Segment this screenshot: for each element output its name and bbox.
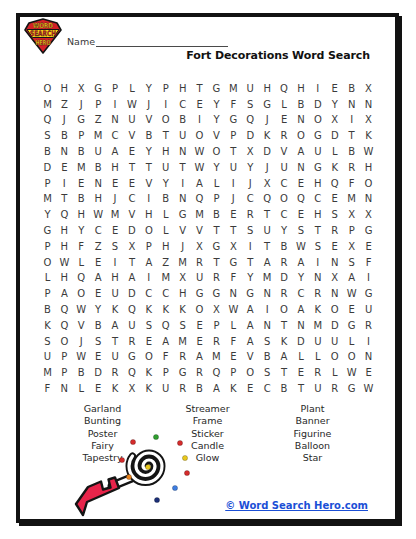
grid-cell-r6-c4: B: [90, 160, 107, 176]
grid-cell-r13-c20: I: [360, 271, 377, 287]
grid-cell-r15-c19: E: [343, 302, 360, 318]
grid-cell-r14-c10: G: [191, 286, 208, 302]
grid-cell-r20-c10: B: [191, 381, 208, 397]
grid-cell-r16-c13: A: [242, 318, 259, 334]
grid-cell-r15-c14: I: [259, 302, 276, 318]
grid-cell-r8-c11: P: [208, 192, 225, 208]
grid-cell-r1-c12: M: [225, 81, 242, 97]
grid-cell-r16-c3: V: [73, 318, 90, 334]
grid-cell-r18-c7: O: [140, 350, 157, 366]
grid-cell-r13-c3: Q: [73, 271, 90, 287]
grid-cell-r9-c9: G: [174, 207, 191, 223]
grid-cell-r7-c17: H: [309, 176, 326, 192]
grid-cell-r18-c2: P: [56, 350, 73, 366]
grid-cell-r9-c10: M: [191, 207, 208, 223]
grid-cell-r5-c19: B: [343, 144, 360, 160]
grid-cell-r6-c12: U: [225, 160, 242, 176]
grid-cell-r14-c3: O: [73, 286, 90, 302]
grid-cell-r18-c10: A: [191, 350, 208, 366]
grid-cell-r9-c8: L: [157, 207, 174, 223]
grid-cell-r10-c15: Y: [276, 223, 293, 239]
grid-cell-r9-c6: V: [123, 207, 140, 223]
grid-cell-r9-c20: X: [360, 207, 377, 223]
grid-cell-r14-c2: A: [56, 286, 73, 302]
grid-cell-r2-c10: E: [191, 97, 208, 113]
grid-cell-r12-c16: A: [292, 255, 309, 271]
grid-cell-r8-c14: Q: [259, 192, 276, 208]
grid-cell-r1-c14: H: [259, 81, 276, 97]
grid-cell-r4-c7: B: [140, 128, 157, 144]
grid-cell-r6-c18: K: [326, 160, 343, 176]
grid-cell-r10-c2: H: [56, 223, 73, 239]
grid-cell-r8-c12: J: [225, 192, 242, 208]
grid-cell-r15-c12: W: [225, 302, 242, 318]
grid-cell-r19-c6: Q: [123, 365, 140, 381]
grid-cell-r19-c2: P: [56, 365, 73, 381]
grid-cell-r2-c17: D: [309, 97, 326, 113]
grid-cell-r4-c10: O: [191, 128, 208, 144]
grid-cell-r14-c15: R: [276, 286, 293, 302]
grid-cell-r7-c15: C: [276, 176, 293, 192]
grid-cell-r7-c2: I: [56, 176, 73, 192]
word-item: Frame: [155, 415, 260, 427]
grid-cell-r8-c3: B: [73, 192, 90, 208]
grid-cell-r18-c19: O: [343, 350, 360, 366]
grid-cell-r12-c1: O: [39, 255, 56, 271]
grid-cell-r19-c12: P: [225, 365, 242, 381]
worksheet-page: WORD SEARCH HERO Name Fort Decorations W…: [16, 13, 399, 523]
grid-cell-r8-c7: I: [140, 192, 157, 208]
grid-cell-r11-c6: X: [123, 239, 140, 255]
grid-cell-r8-c19: M: [343, 192, 360, 208]
grid-cell-r14-c20: G: [360, 286, 377, 302]
grid-cell-r13-c16: Y: [292, 271, 309, 287]
grid-cell-r7-c7: V: [140, 176, 157, 192]
grid-cell-r2-c11: Y: [208, 97, 225, 113]
grid-cell-r9-c11: B: [208, 207, 225, 223]
grid-cell-r14-c12: N: [225, 286, 242, 302]
grid-cell-r1-c1: O: [39, 81, 56, 97]
grid-cell-r13-c1: L: [39, 271, 56, 287]
grid-cell-r13-c19: A: [343, 271, 360, 287]
grid-cell-r6-c17: G: [309, 160, 326, 176]
grid-cell-r3-c6: U: [123, 113, 140, 129]
grid-cell-r17-c4: S: [90, 334, 107, 350]
grid-cell-r16-c19: G: [343, 318, 360, 334]
grid-cell-r2-c8: I: [157, 97, 174, 113]
grid-cell-r13-c14: M: [259, 271, 276, 287]
grid-cell-r19-c16: E: [292, 365, 309, 381]
grid-cell-r11-c8: H: [157, 239, 174, 255]
grid-cell-r18-c5: U: [107, 350, 124, 366]
grid-cell-r3-c16: N: [292, 113, 309, 129]
grid-cell-r17-c14: S: [259, 334, 276, 350]
grid-cell-r6-c20: H: [360, 160, 377, 176]
grid-cell-r13-c18: X: [326, 271, 343, 287]
grid-cell-r16-c4: B: [90, 318, 107, 334]
grid-cell-r1-c20: X: [360, 81, 377, 97]
grid-cell-r19-c13: O: [242, 365, 259, 381]
grid-cell-r6-c13: Y: [242, 160, 259, 176]
grid-cell-r10-c12: T: [225, 223, 242, 239]
grid-cell-r5-c4: U: [90, 144, 107, 160]
grid-cell-r2-c14: G: [259, 97, 276, 113]
grid-cell-r5-c20: W: [360, 144, 377, 160]
grid-cell-r4-c14: K: [259, 128, 276, 144]
grid-cell-r19-c3: B: [73, 365, 90, 381]
grid-cell-r12-c2: W: [56, 255, 73, 271]
grid-cell-r17-c19: L: [343, 334, 360, 350]
grid-cell-r12-c20: F: [360, 255, 377, 271]
grid-cell-r2-c15: L: [276, 97, 293, 113]
grid-cell-r14-c5: U: [107, 286, 124, 302]
grid-cell-r18-c6: G: [123, 350, 140, 366]
grid-cell-r5-c6: E: [123, 144, 140, 160]
grid-cell-r2-c18: Y: [326, 97, 343, 113]
word-search-hero-link[interactable]: © Word Search Hero.com: [225, 500, 368, 511]
grid-cell-r13-c5: H: [107, 271, 124, 287]
grid-cell-r1-c10: T: [191, 81, 208, 97]
grid-cell-r1-c2: H: [56, 81, 73, 97]
grid-cell-r7-c9: I: [174, 176, 191, 192]
grid-cell-r6-c15: U: [276, 160, 293, 176]
grid-cell-r3-c10: I: [191, 113, 208, 129]
grid-cell-r11-c18: E: [326, 239, 343, 255]
grid-cell-r3-c2: J: [56, 113, 73, 129]
grid-cell-r11-c19: X: [343, 239, 360, 255]
grid-cell-r5-c3: B: [73, 144, 90, 160]
grid-cell-r1-c13: U: [242, 81, 259, 97]
grid-cell-r14-c13: G: [242, 286, 259, 302]
grid-cell-r16-c8: Q: [157, 318, 174, 334]
grid-cell-r3-c8: O: [157, 113, 174, 129]
grid-cell-r8-c13: C: [242, 192, 259, 208]
grid-cell-r5-c7: Y: [140, 144, 157, 160]
grid-cell-r15-c7: K: [140, 302, 157, 318]
grid-cell-r17-c15: K: [276, 334, 293, 350]
grid-cell-r15-c20: U: [360, 302, 377, 318]
grid-cell-r14-c17: R: [309, 286, 326, 302]
grid-cell-r5-c9: N: [174, 144, 191, 160]
grid-cell-r11-c5: S: [107, 239, 124, 255]
grid-cell-r13-c12: F: [225, 271, 242, 287]
grid-cell-r2-c6: W: [123, 97, 140, 113]
grid-cell-r6-c5: H: [107, 160, 124, 176]
grid-cell-r4-c2: B: [56, 128, 73, 144]
grid-cell-r13-c7: I: [140, 271, 157, 287]
grid-cell-r18-c20: N: [360, 350, 377, 366]
grid-cell-r19-c7: K: [140, 365, 157, 381]
grid-cell-r2-c1: M: [39, 97, 56, 113]
grid-cell-r11-c10: X: [191, 239, 208, 255]
grid-cell-r7-c11: L: [208, 176, 225, 192]
grid-cell-r11-c11: G: [208, 239, 225, 255]
grid-cell-r3-c17: O: [309, 113, 326, 129]
grid-cell-r4-c15: R: [276, 128, 293, 144]
grid-cell-r12-c5: I: [107, 255, 124, 271]
grid-cell-r15-c11: X: [208, 302, 225, 318]
grid-cell-r15-c6: Q: [123, 302, 140, 318]
grid-cell-r10-c18: R: [326, 223, 343, 239]
grid-cell-r17-c5: T: [107, 334, 124, 350]
grid-cell-r20-c9: R: [174, 381, 191, 397]
grid-cell-r3-c15: E: [276, 113, 293, 129]
grid-cell-r17-c2: O: [56, 334, 73, 350]
grid-cell-r4-c16: O: [292, 128, 309, 144]
grid-cell-r1-c18: E: [326, 81, 343, 97]
grid-cell-r3-c13: Q: [242, 113, 259, 129]
grid-cell-r7-c5: E: [107, 176, 124, 192]
grid-cell-r8-c8: B: [157, 192, 174, 208]
grid-cell-r18-c9: R: [174, 350, 191, 366]
grid-cell-r15-c3: W: [73, 302, 90, 318]
grid-cell-r4-c17: G: [309, 128, 326, 144]
grid-cell-r3-c18: X: [326, 113, 343, 129]
word-list-column-3: PlantBannerFigurineBalloonStar: [260, 403, 365, 464]
grid-cell-r10-c11: T: [208, 223, 225, 239]
grid-cell-r16-c15: T: [276, 318, 293, 334]
grid-cell-r17-c3: J: [73, 334, 90, 350]
grid-cell-r2-c19: N: [343, 97, 360, 113]
grid-cell-r5-c14: D: [259, 144, 276, 160]
grid-cell-r10-c13: S: [242, 223, 259, 239]
letter-grid: OHXGPLYPHTGMUHQHIEBXMZJPIWJICEYFSGLBDYNN…: [39, 81, 377, 397]
grid-cell-r7-c14: X: [259, 176, 276, 192]
grid-cell-r1-c4: G: [90, 81, 107, 97]
grid-cell-r18-c12: E: [225, 350, 242, 366]
grid-cell-r18-c3: W: [73, 350, 90, 366]
grid-cell-r12-c11: T: [208, 255, 225, 271]
grid-cell-r20-c4: E: [90, 381, 107, 397]
grid-cell-r10-c5: E: [107, 223, 124, 239]
grid-cell-r20-c18: R: [326, 381, 343, 397]
grid-cell-r5-c11: O: [208, 144, 225, 160]
grid-cell-r14-c9: H: [174, 286, 191, 302]
grid-cell-r7-c12: I: [225, 176, 242, 192]
grid-cell-r3-c9: B: [174, 113, 191, 129]
grid-cell-r1-c6: L: [123, 81, 140, 97]
grid-cell-r2-c4: P: [90, 97, 107, 113]
grid-cell-r2-c7: J: [140, 97, 157, 113]
grid-cell-r12-c9: M: [174, 255, 191, 271]
grid-cell-r15-c17: K: [309, 302, 326, 318]
grid-cell-r5-c18: L: [326, 144, 343, 160]
grid-cell-r7-c16: E: [292, 176, 309, 192]
grid-cell-r15-c8: K: [157, 302, 174, 318]
grid-cell-r11-c16: W: [292, 239, 309, 255]
grid-cell-r10-c8: L: [157, 223, 174, 239]
grid-cell-r3-c20: X: [360, 113, 377, 129]
grid-cell-r10-c16: S: [292, 223, 309, 239]
grid-cell-r20-c14: C: [259, 381, 276, 397]
grid-cell-r3-c1: Q: [39, 113, 56, 129]
grid-cell-r6-c3: M: [73, 160, 90, 176]
grid-cell-r18-c15: A: [276, 350, 293, 366]
grid-cell-r9-c12: E: [225, 207, 242, 223]
grid-cell-r11-c12: X: [225, 239, 242, 255]
svg-text:HERO: HERO: [36, 39, 51, 47]
grid-cell-r19-c17: R: [309, 365, 326, 381]
grid-cell-r14-c18: N: [326, 286, 343, 302]
grid-cell-r7-c3: E: [73, 176, 90, 192]
grid-cell-r16-c2: Q: [56, 318, 73, 334]
grid-cell-r17-c6: R: [123, 334, 140, 350]
grid-cell-r8-c18: E: [326, 192, 343, 208]
grid-cell-r20-c19: G: [343, 381, 360, 397]
word-item: Streamer: [155, 403, 260, 415]
grid-cell-r12-c6: T: [123, 255, 140, 271]
grid-cell-r1-c11: G: [208, 81, 225, 97]
grid-cell-r16-c10: E: [191, 318, 208, 334]
grid-cell-r18-c17: L: [309, 350, 326, 366]
grid-cell-r1-c5: P: [107, 81, 124, 97]
grid-cell-r2-c16: B: [292, 97, 309, 113]
grid-cell-r18-c1: U: [39, 350, 56, 366]
grid-cell-r20-c3: L: [73, 381, 90, 397]
word-item: Banner: [260, 415, 365, 427]
grid-cell-r15-c15: O: [276, 302, 293, 318]
grid-cell-r20-c1: F: [39, 381, 56, 397]
grid-cell-r11-c9: J: [174, 239, 191, 255]
page-title: Fort Decorations Word Search: [186, 49, 370, 62]
grid-cell-r10-c1: G: [39, 223, 56, 239]
grid-cell-r10-c3: Y: [73, 223, 90, 239]
grid-cell-r19-c4: D: [90, 365, 107, 381]
grid-cell-r14-c8: C: [157, 286, 174, 302]
grid-cell-r19-c20: E: [360, 365, 377, 381]
grid-cell-r9-c2: Q: [56, 207, 73, 223]
name-blank-line: [96, 37, 228, 47]
word-item: Star: [260, 452, 365, 464]
grid-cell-r9-c18: S: [326, 207, 343, 223]
grid-cell-r13-c8: M: [157, 271, 174, 287]
grid-cell-r5-c8: H: [157, 144, 174, 160]
grid-cell-r8-c10: Q: [191, 192, 208, 208]
grid-cell-r9-c13: R: [242, 207, 259, 223]
grid-cell-r2-c20: N: [360, 97, 377, 113]
grid-cell-r2-c5: I: [107, 97, 124, 113]
grid-cell-r9-c16: E: [292, 207, 309, 223]
grid-cell-r5-c15: V: [276, 144, 293, 160]
grid-cell-r2-c3: J: [73, 97, 90, 113]
grid-cell-r16-c16: N: [292, 318, 309, 334]
grid-cell-r17-c1: S: [39, 334, 56, 350]
grid-cell-r14-c7: C: [140, 286, 157, 302]
word-item: Garland: [50, 403, 155, 415]
grid-cell-r6-c1: D: [39, 160, 56, 176]
grid-cell-r3-c4: Z: [90, 113, 107, 129]
grid-cell-r8-c16: Q: [292, 192, 309, 208]
grid-cell-r20-c13: E: [242, 381, 259, 397]
grid-cell-r2-c13: S: [242, 97, 259, 113]
grid-cell-r2-c9: C: [174, 97, 191, 113]
grid-cell-r3-c7: V: [140, 113, 157, 129]
grid-cell-r16-c20: R: [360, 318, 377, 334]
grid-cell-r20-c8: U: [157, 381, 174, 397]
grid-cell-r9-c14: T: [259, 207, 276, 223]
grid-cell-r17-c12: F: [225, 334, 242, 350]
grid-cell-r10-c4: C: [90, 223, 107, 239]
grid-cell-r15-c13: A: [242, 302, 259, 318]
grid-cell-r1-c9: H: [174, 81, 191, 97]
grid-cell-r17-c8: A: [157, 334, 174, 350]
grid-cell-r19-c1: M: [39, 365, 56, 381]
grid-cell-r19-c15: T: [276, 365, 293, 381]
grid-cell-r4-c13: D: [242, 128, 259, 144]
grid-cell-r15-c1: B: [39, 302, 56, 318]
grid-cell-r8-c17: C: [309, 192, 326, 208]
grid-cell-r4-c18: D: [326, 128, 343, 144]
grid-cell-r1-c15: Q: [276, 81, 293, 97]
grid-cell-r15-c9: K: [174, 302, 191, 318]
grid-cell-r1-c8: P: [157, 81, 174, 97]
grid-cell-r15-c10: O: [191, 302, 208, 318]
word-item: Plant: [260, 403, 365, 415]
word-search-hero-logo-icon: WORD SEARCH HERO: [24, 18, 62, 54]
grid-cell-r5-c17: U: [309, 144, 326, 160]
grid-cell-r14-c6: D: [123, 286, 140, 302]
grid-cell-r12-c4: E: [90, 255, 107, 271]
grid-cell-r10-c9: V: [174, 223, 191, 239]
grid-cell-r2-c12: F: [225, 97, 242, 113]
grid-cell-r17-c13: A: [242, 334, 259, 350]
grid-cell-r20-c11: A: [208, 381, 225, 397]
grid-cell-r17-c11: R: [208, 334, 225, 350]
grid-cell-r4-c1: S: [39, 128, 56, 144]
grid-cell-r18-c14: B: [259, 350, 276, 366]
grid-cell-r6-c10: W: [191, 160, 208, 176]
grid-cell-r8-c2: T: [56, 192, 73, 208]
grid-cell-r9-c5: M: [107, 207, 124, 223]
grid-cell-r2-c2: Z: [56, 97, 73, 113]
grid-cell-r7-c10: A: [191, 176, 208, 192]
grid-cell-r4-c12: P: [225, 128, 242, 144]
grid-cell-r12-c7: A: [140, 255, 157, 271]
grid-cell-r12-c19: S: [343, 255, 360, 271]
grid-cell-r20-c6: X: [123, 381, 140, 397]
grid-cell-r6-c14: J: [259, 160, 276, 176]
grid-cell-r14-c1: P: [39, 286, 56, 302]
grid-cell-r18-c18: O: [326, 350, 343, 366]
grid-cell-r10-c7: O: [140, 223, 157, 239]
grid-cell-r14-c16: C: [292, 286, 309, 302]
grid-cell-r10-c14: U: [259, 223, 276, 239]
grid-cell-r7-c13: J: [242, 176, 259, 192]
grid-cell-r18-c11: M: [208, 350, 225, 366]
grid-cell-r16-c14: N: [259, 318, 276, 334]
grid-cell-r3-c19: I: [343, 113, 360, 129]
grid-cell-r11-c14: T: [259, 239, 276, 255]
grid-cell-r6-c11: Y: [208, 160, 225, 176]
grid-cell-r6-c9: T: [174, 160, 191, 176]
grid-cell-r16-c9: S: [174, 318, 191, 334]
grid-cell-r4-c9: U: [174, 128, 191, 144]
grid-cell-r19-c5: R: [107, 365, 124, 381]
grid-cell-r13-c10: U: [191, 271, 208, 287]
grid-cell-r3-c3: G: [73, 113, 90, 129]
grid-cell-r13-c2: H: [56, 271, 73, 287]
grid-cell-r4-c5: C: [107, 128, 124, 144]
word-item: Bunting: [50, 415, 155, 427]
grid-cell-r5-c12: T: [225, 144, 242, 160]
grid-cell-r5-c10: W: [191, 144, 208, 160]
grid-cell-r1-c16: H: [292, 81, 309, 97]
grid-cell-r9-c15: C: [276, 207, 293, 223]
grid-cell-r15-c18: O: [326, 302, 343, 318]
grid-cell-r5-c2: N: [56, 144, 73, 160]
grid-cell-r11-c3: F: [73, 239, 90, 255]
grid-cell-r13-c15: D: [276, 271, 293, 287]
